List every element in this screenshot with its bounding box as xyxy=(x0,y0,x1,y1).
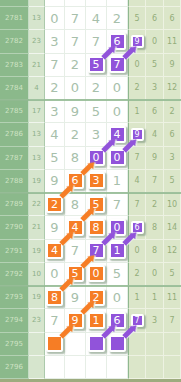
digit-cell: 0 xyxy=(107,100,128,123)
stat-cell: 0 xyxy=(146,263,164,286)
stat-cell xyxy=(146,333,164,356)
stat-cell: 7 xyxy=(128,147,146,170)
stat-cell: 12 xyxy=(164,77,181,100)
highlight-box-purple: 0 xyxy=(109,149,126,166)
period-cell: 2787 xyxy=(0,147,29,170)
table-row: 2796 xyxy=(0,356,181,379)
stat-cell: 6 xyxy=(146,7,164,30)
stat-cell: 2 xyxy=(128,77,146,100)
stat-cell xyxy=(128,333,146,356)
table-row: 2787 13 5 8 0 0 7 9 3 xyxy=(0,147,181,170)
digit-cell: 1 xyxy=(107,170,128,193)
period-cell: 2783 xyxy=(0,54,29,77)
highlight-box-purple: 1 xyxy=(109,242,126,259)
digit-cell: 5 xyxy=(65,263,86,286)
stat-cell: 1 xyxy=(128,100,146,123)
period-cell: 2791 xyxy=(0,240,29,263)
sum-cell: 19 xyxy=(29,170,44,193)
sum-cell: 17 xyxy=(29,100,44,123)
digit-cell: 7 xyxy=(107,54,128,77)
highlight-box-orange: 9 xyxy=(67,312,84,329)
digit-cell: 2 xyxy=(44,193,65,216)
digit-cell xyxy=(44,0,65,7)
highlight-box-orange: 5 xyxy=(67,265,84,282)
highlight-box-orange: 2 xyxy=(88,289,105,306)
highlight-box-orange: 5 xyxy=(88,196,105,213)
stat-cell xyxy=(146,356,164,379)
digit-cell: 6 xyxy=(107,309,128,332)
partial-row-top xyxy=(0,0,181,7)
stat-cell xyxy=(128,356,146,379)
sum-cell: 22 xyxy=(29,193,44,216)
digit-cell xyxy=(86,0,107,7)
stat-cell: 2 xyxy=(164,100,181,123)
highlight-box-purple: 0 xyxy=(88,149,105,166)
stat-cell xyxy=(146,0,164,7)
highlight-box-purple xyxy=(109,335,126,352)
digit-cell: 6 xyxy=(107,30,128,53)
highlight-box-purple: 5 xyxy=(88,56,105,73)
stat-cell: 7 xyxy=(128,309,146,332)
highlight-box-orange: 6 xyxy=(67,172,84,189)
stat-cell: 7 xyxy=(128,193,146,216)
stat-cell xyxy=(164,0,181,7)
stat-cell: 6 xyxy=(164,123,181,146)
stat-cell: 4 xyxy=(146,123,164,146)
stat-cell: 9 xyxy=(146,147,164,170)
digit-cell: 3 xyxy=(44,100,65,123)
sum-cell: 13 xyxy=(29,147,44,170)
stat-cell: 1 xyxy=(146,286,164,309)
highlight-box-orange: 1 xyxy=(88,312,105,329)
stat-cell: 9 xyxy=(128,123,146,146)
stat-cell: 5 xyxy=(164,263,181,286)
digit-cell: 3 xyxy=(86,123,107,146)
stat-cell: 14 xyxy=(164,216,181,239)
stat-cell: 6 xyxy=(164,7,181,30)
digit-cell: 9 xyxy=(44,216,65,239)
stat-cell: 2 xyxy=(128,263,146,286)
period-cell: 2793 xyxy=(0,286,29,309)
sum-cell xyxy=(29,356,44,379)
highlight-box-orange: 4 xyxy=(46,242,63,259)
stat-cell: 0 xyxy=(128,240,146,263)
stat-cell: 3 xyxy=(164,147,181,170)
stat-cell: 0 xyxy=(128,54,146,77)
period-cell: 2785 xyxy=(0,100,29,123)
period-cell: 2784 xyxy=(0,77,29,100)
stat-cell: 1 xyxy=(128,286,146,309)
table-row: 2783 21 7 2 5 7 0 5 9 xyxy=(0,54,181,77)
highlight-box-orange: 8 xyxy=(46,289,63,306)
sum-cell xyxy=(29,0,44,7)
stat-cell: 9 xyxy=(128,30,146,53)
stat-cell xyxy=(164,333,181,356)
stat-cell: 5 xyxy=(128,7,146,30)
table-row: 2784 4 2 0 2 0 2 3 12 xyxy=(0,77,181,100)
table-row: 2786 13 4 2 3 4 9 4 6 xyxy=(0,123,181,146)
stat-cell: 9 xyxy=(164,54,181,77)
digit-cell: 5 xyxy=(86,193,107,216)
highlight-box-purple: 9 xyxy=(131,35,144,48)
stat-cell: 3 xyxy=(146,309,164,332)
group-divider xyxy=(0,285,181,287)
digit-cell: 0 xyxy=(107,286,128,309)
highlight-box-purple: 6 xyxy=(109,312,126,329)
table-row: 2785 17 3 9 5 0 1 6 2 xyxy=(0,100,181,123)
table-row: 2781 13 0 7 4 2 5 6 6 xyxy=(0,7,181,30)
table-row: 2790 21 9 4 8 0 6 8 14 xyxy=(0,216,181,239)
digit-cell: 7 xyxy=(44,54,65,77)
digit-cell: 3 xyxy=(86,170,107,193)
digit-cell: 5 xyxy=(44,147,65,170)
digit-cell: 0 xyxy=(86,263,107,286)
digit-cell xyxy=(44,356,65,379)
digit-cell: 1 xyxy=(107,240,128,263)
stat-cell: 6 xyxy=(128,216,146,239)
digit-cell: 4 xyxy=(65,216,86,239)
digit-cell: 5 xyxy=(107,263,128,286)
stat-cell: 12 xyxy=(164,240,181,263)
digit-cell: 4 xyxy=(44,240,65,263)
digit-cell: 2 xyxy=(65,123,86,146)
digit-cell: 8 xyxy=(44,286,65,309)
digit-cell: 7 xyxy=(65,240,86,263)
digit-cell: 8 xyxy=(65,147,86,170)
period-cell: 2790 xyxy=(0,216,29,239)
highlight-box-purple: 0 xyxy=(109,219,126,236)
sum-cell: 13 xyxy=(29,123,44,146)
group-divider xyxy=(0,99,181,101)
digit-cell: 0 xyxy=(107,216,128,239)
digit-cell: 8 xyxy=(86,216,107,239)
table-row: 2792 10 0 5 0 5 2 0 5 xyxy=(0,263,181,286)
highlight-box-orange: 4 xyxy=(67,219,84,236)
stat-cell: 8 xyxy=(146,216,164,239)
digit-cell: 7 xyxy=(86,240,107,263)
sum-cell: 21 xyxy=(29,54,44,77)
sum-cell: 19 xyxy=(29,240,44,263)
digit-cell: 6 xyxy=(65,170,86,193)
digit-cell xyxy=(107,356,128,379)
highlight-box-orange: 0 xyxy=(88,265,105,282)
lottery-trend-chart: 2781 13 0 7 4 2 5 6 6 2782 23 3 7 7 6 9 … xyxy=(0,0,181,382)
stat-cell: 3 xyxy=(146,77,164,100)
table-row: 2794 23 7 9 1 6 7 3 7 xyxy=(0,309,181,332)
highlight-box-purple: 6 xyxy=(109,33,126,50)
period-cell: 2794 xyxy=(0,309,29,332)
highlight-box-purple: 7 xyxy=(88,242,105,259)
digit-cell: 7 xyxy=(86,30,107,53)
digit-cell: 2 xyxy=(86,286,107,309)
digit-cell: 7 xyxy=(107,193,128,216)
highlight-box-purple xyxy=(88,335,105,352)
highlight-box-orange: 3 xyxy=(88,172,105,189)
table-row: 2791 19 4 7 7 1 0 8 12 xyxy=(0,240,181,263)
digit-cell: 8 xyxy=(65,193,86,216)
digit-cell: 0 xyxy=(107,147,128,170)
sum-cell: 10 xyxy=(29,263,44,286)
stat-cell: 7 xyxy=(146,170,164,193)
group-divider xyxy=(0,192,181,194)
table-row: 2793 19 8 9 2 0 1 1 11 xyxy=(0,286,181,309)
stat-cell: 6 xyxy=(146,100,164,123)
digit-cell xyxy=(65,356,86,379)
digit-cell: 2 xyxy=(86,77,107,100)
digit-cell: 0 xyxy=(65,77,86,100)
digit-cell: 5 xyxy=(86,100,107,123)
digit-cell: 7 xyxy=(65,30,86,53)
digit-cell: 9 xyxy=(65,286,86,309)
table-row: 2782 23 3 7 7 6 9 0 11 xyxy=(0,30,181,53)
stat-cell: 4 xyxy=(128,170,146,193)
highlight-box-purple: 7 xyxy=(131,314,144,327)
sum-cell: 13 xyxy=(29,7,44,30)
digit-cell: 3 xyxy=(44,30,65,53)
digit-cell: 0 xyxy=(44,7,65,30)
digit-cell xyxy=(65,333,86,356)
digit-cell: 1 xyxy=(86,309,107,332)
digit-cell xyxy=(86,356,107,379)
highlight-box-orange: 8 xyxy=(88,219,105,236)
digit-cell: 4 xyxy=(86,7,107,30)
highlight-box-purple: 4 xyxy=(109,126,126,143)
table-row: 2788 19 9 6 3 1 4 7 5 xyxy=(0,170,181,193)
stat-cell: 5 xyxy=(146,54,164,77)
stat-cell: 5 xyxy=(164,170,181,193)
digit-cell: 7 xyxy=(65,7,86,30)
stat-cell: 2 xyxy=(146,193,164,216)
digit-cell: 4 xyxy=(107,123,128,146)
digit-cell: 9 xyxy=(65,309,86,332)
period-cell xyxy=(0,0,29,7)
digit-cell: 4 xyxy=(44,123,65,146)
digit-cell xyxy=(44,333,65,356)
highlight-box-orange: 2 xyxy=(46,196,63,213)
sum-cell: 19 xyxy=(29,286,44,309)
highlight-box-purple: 9 xyxy=(131,128,144,141)
digit-cell xyxy=(86,333,107,356)
period-cell: 2796 xyxy=(0,356,29,379)
sum-cell: 23 xyxy=(29,309,44,332)
digit-cell: 9 xyxy=(44,170,65,193)
digit-cell: 9 xyxy=(65,100,86,123)
period-cell: 2795 xyxy=(0,333,29,356)
sum-cell: 23 xyxy=(29,30,44,53)
period-cell: 2786 xyxy=(0,123,29,146)
digit-cell: 2 xyxy=(44,77,65,100)
stat-cell xyxy=(128,0,146,7)
digit-cell: 2 xyxy=(107,7,128,30)
stat-cell xyxy=(164,356,181,379)
stat-cell: 11 xyxy=(164,286,181,309)
digit-cell: 5 xyxy=(86,54,107,77)
stat-cell: 7 xyxy=(164,309,181,332)
highlight-box-purple: 7 xyxy=(109,56,126,73)
digit-cell: 7 xyxy=(44,309,65,332)
stat-cell: 11 xyxy=(164,30,181,53)
period-cell: 2781 xyxy=(0,7,29,30)
sum-cell: 21 xyxy=(29,216,44,239)
table-row: 2795 xyxy=(0,333,181,356)
digit-cell xyxy=(65,0,86,7)
digit-cell: 0 xyxy=(44,263,65,286)
digit-cell xyxy=(107,333,128,356)
period-cell: 2792 xyxy=(0,263,29,286)
stat-cell: 0 xyxy=(146,30,164,53)
sum-cell: 4 xyxy=(29,77,44,100)
digit-cell: 0 xyxy=(107,77,128,100)
sum-cell xyxy=(29,333,44,356)
digit-cell xyxy=(107,0,128,7)
table-row: 2789 22 2 8 5 7 7 2 10 xyxy=(0,193,181,216)
highlight-box-orange xyxy=(46,335,63,352)
stat-cell: 10 xyxy=(164,193,181,216)
period-cell: 2782 xyxy=(0,30,29,53)
period-cell: 2788 xyxy=(0,170,29,193)
digit-cell: 2 xyxy=(65,54,86,77)
highlight-box-purple: 6 xyxy=(131,221,144,234)
digit-cell: 0 xyxy=(86,147,107,170)
stat-cell: 8 xyxy=(146,240,164,263)
period-cell: 2789 xyxy=(0,193,29,216)
